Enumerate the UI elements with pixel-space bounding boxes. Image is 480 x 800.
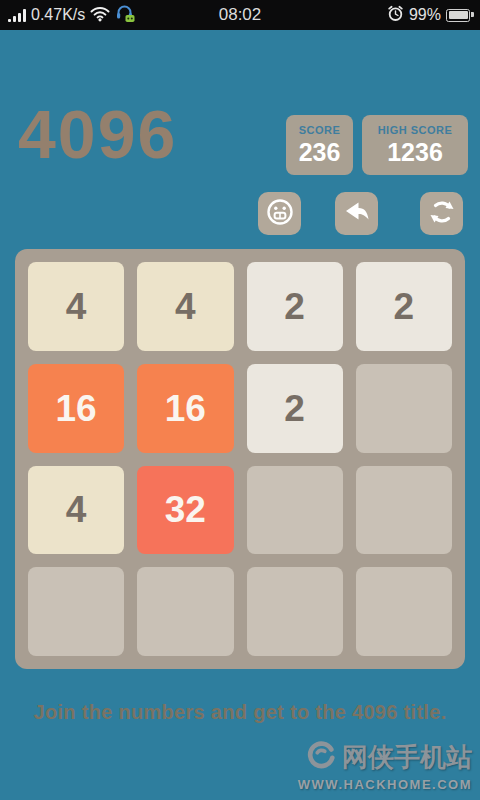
status-bar-left: 0.47K/s (8, 0, 136, 30)
status-bar: 0.47K/s 08:02 (0, 0, 480, 30)
tile-4: 4 (28, 262, 124, 351)
tile-2: 2 (356, 262, 452, 351)
restart-button[interactable] (420, 192, 463, 235)
emoji-button[interactable] (258, 192, 301, 235)
score-box: SCORE 236 (286, 115, 353, 175)
status-bar-right: 99% (387, 0, 474, 30)
undo-button[interactable] (335, 192, 378, 235)
watermark-site-url: WWW.HACKHOME.COM (298, 777, 472, 792)
high-score-value: 1236 (387, 138, 443, 167)
empty-cell (247, 567, 343, 656)
empty-cell (356, 364, 452, 453)
empty-cell (356, 466, 452, 555)
score-label: SCORE (299, 124, 341, 136)
clock-time: 08:02 (219, 0, 262, 30)
watermark-logo-icon (306, 741, 336, 775)
alarm-clock-icon (387, 5, 404, 26)
tile-16: 16 (137, 364, 233, 453)
tile-4: 4 (137, 262, 233, 351)
empty-cell (137, 567, 233, 656)
signal-icon (8, 8, 26, 22)
tile-2: 2 (247, 364, 343, 453)
emoji-face-icon (265, 197, 295, 230)
high-score-label: HIGH SCORE (378, 124, 453, 136)
wifi-icon (90, 5, 110, 26)
tile-2: 2 (247, 262, 343, 351)
game-board[interactable]: 442216162432 (15, 249, 465, 669)
high-score-box: HIGH SCORE 1236 (362, 115, 468, 175)
watermark-site-name: 网侠手机站 (342, 740, 472, 775)
empty-cell (356, 567, 452, 656)
empty-cell (28, 567, 124, 656)
tile-16: 16 (28, 364, 124, 453)
battery-icon (446, 9, 470, 22)
tile-32: 32 (137, 466, 233, 555)
net-speed: 0.47K/s (31, 6, 85, 24)
watermark: 网侠手机站 WWW.HACKHOME.COM (298, 740, 472, 792)
headset-chat-icon (115, 3, 136, 27)
instruction-text: Join the numbers and get to the 4096 tit… (0, 701, 480, 724)
undo-arrow-icon (342, 197, 372, 230)
restart-arrows-icon (427, 197, 457, 230)
score-value: 236 (299, 138, 341, 167)
tile-4: 4 (28, 466, 124, 555)
battery-percent: 99% (409, 6, 441, 24)
game-title: 4096 (18, 100, 177, 168)
empty-cell (247, 466, 343, 555)
phone-screen: 0.47K/s 08:02 (0, 0, 480, 800)
